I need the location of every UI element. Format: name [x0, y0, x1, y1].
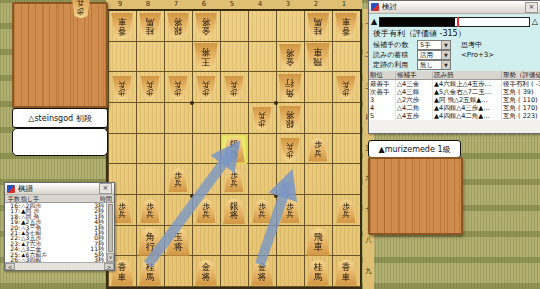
candidate-column-header: 形勢（評価値）: [502, 71, 540, 80]
piece-kanji: 兵: [118, 211, 126, 219]
kifu-list-header: 手数 指し手 時間: [5, 195, 114, 203]
gote-message-box: [12, 128, 108, 156]
control-status-text: <Pro+3>: [461, 51, 494, 59]
file-label: 7: [171, 0, 181, 9]
piece-kanji: 歩: [202, 88, 210, 96]
scroll-down-icon[interactable]: ∨: [107, 253, 114, 262]
candidate-moves-table[interactable]: 順位候補手読み筋形勢（評価値） 最善手△4三金▲4六銀上△4五歩…後手有利 ( …: [369, 71, 540, 120]
candidate-column-header: 順位: [369, 71, 396, 80]
candidate-table-header: 順位候補手読み筋形勢（評価値）: [369, 71, 540, 80]
engine-controls: 候補手の数5手▼思考中読みの蓄積活用▼<Pro+3>定跡の利用無し▼: [371, 40, 538, 70]
shogi-board-area: 987654321 香車桂馬銀将金将桂馬香車王将金将飛車歩兵歩兵歩兵歩兵歩兵角行…: [106, 0, 374, 289]
candidate-cell: 後手有利 ( -315): [502, 80, 540, 89]
file-label: 1: [339, 0, 349, 9]
candidate-cell: ▲同 飛△2五銀▲…: [433, 96, 502, 104]
sente-captured-pieces-stand[interactable]: [368, 157, 463, 235]
file-label: 3: [283, 0, 293, 9]
piece-kanji: 飛: [313, 57, 322, 67]
gote-captured-pieces-stand[interactable]: 歩兵: [12, 2, 108, 108]
piece-kanji: 歩: [146, 88, 154, 96]
engine-control-row: 読みの蓄積活用▼<Pro+3>: [371, 50, 538, 60]
piece-kanji: 兵: [174, 80, 182, 88]
piece-kanji: 兵: [146, 80, 154, 88]
engine-control-row: 定跡の利用無し▼: [371, 60, 538, 70]
evaluation-text: 後手有利（評価値 -315）: [371, 27, 538, 40]
sente-player-plate: ▲murizemede 1級: [368, 140, 461, 158]
piece-kanji: 兵: [342, 80, 350, 88]
candidate-cell: 互角 ( 223): [502, 112, 540, 120]
control-dropdown[interactable]: 無し▼: [417, 60, 451, 70]
piece-kanji: 行: [145, 242, 154, 252]
piece-kanji: 行: [285, 78, 294, 88]
file-label: 2: [311, 0, 321, 9]
file-label: 8: [143, 0, 153, 9]
candidate-cell: 5: [369, 112, 396, 120]
piece-kanji: 金: [286, 57, 295, 66]
chevron-down-icon[interactable]: ▼: [441, 51, 450, 59]
candidate-cell: △2六歩: [396, 96, 433, 104]
candidate-cell: △4三金: [396, 80, 433, 89]
sente-mark: ▲: [371, 17, 379, 26]
control-status-text: 思考中: [461, 40, 482, 50]
control-dropdown[interactable]: 5手▼: [417, 40, 451, 50]
candidate-row[interactable]: 4△4二角▲4四銀△4三歩▲…互角 ( 170): [369, 104, 540, 112]
piece-kanji: 王: [201, 57, 210, 67]
evaluation-bar: [379, 17, 530, 27]
piece-kanji: 馬: [146, 17, 155, 26]
piece-kanji: 金: [202, 26, 211, 35]
control-label: 候補手の数: [373, 40, 417, 50]
piece-kanji: 歩: [342, 88, 350, 96]
piece-kanji: 車: [118, 273, 127, 282]
piece-kanji: 桂: [146, 26, 155, 35]
star-point: [274, 194, 278, 198]
candidate-row[interactable]: 最善手△4三金▲4六銀上△4五歩…後手有利 ( -315): [369, 80, 540, 89]
kifu-vertical-scrollbar[interactable]: ∨: [106, 203, 114, 262]
scroll-left-icon[interactable]: <: [5, 263, 15, 270]
file-label: 5: [227, 0, 237, 9]
close-icon[interactable]: ×: [525, 2, 538, 13]
candidate-row[interactable]: 次善手△4三銀▲5八金右△7二玉…互角 ( 39): [369, 88, 540, 96]
rank-label: 八: [363, 236, 374, 245]
piece-kanji: 兵: [77, 0, 85, 6]
candidate-row[interactable]: 3△2六歩▲同 飛△2五銀▲…互角 ( 110): [369, 96, 540, 104]
control-label: 読みの蓄積: [373, 50, 417, 60]
rank-label: 九: [363, 267, 374, 276]
candidate-cell: ▲4四銀△4二角▲…: [433, 112, 502, 120]
kifu-horizontal-scrollbar[interactable]: < >: [5, 262, 114, 270]
piece-kanji: 馬: [314, 17, 323, 26]
piece-kanji: 将: [230, 211, 239, 220]
candidate-column-header: 候補手: [396, 71, 433, 80]
candidate-cell: 互角 ( 39): [502, 88, 540, 96]
candidate-column-header: 読み筋: [433, 71, 502, 80]
app-icon: [371, 3, 379, 11]
piece-kanji: 角: [285, 88, 294, 98]
piece-kanji: 兵: [174, 180, 182, 188]
file-label: 6: [199, 0, 209, 9]
candidate-cell: 4: [369, 104, 396, 112]
candidate-cell: △4二角: [396, 104, 433, 112]
piece-kanji: 馬: [146, 273, 155, 282]
evaluation-bar-fill: [380, 18, 455, 26]
analysis-window: 検討 × ▲ △ 後手有利（評価値 -315） 候補手の数5手▼思考中読みの蓄積…: [368, 0, 540, 134]
piece-kanji: 兵: [258, 111, 266, 119]
candidate-cell: △4三銀: [396, 88, 433, 96]
evaluation-area: ▲ △ 後手有利（評価値 -315） 候補手の数5手▼思考中読みの蓄積活用▼<P…: [369, 14, 540, 71]
file-coordinates: 987654321: [106, 0, 362, 9]
piece-kanji: 銀: [174, 26, 183, 35]
piece-kanji: 車: [118, 17, 127, 26]
piece-kanji: 将: [202, 273, 211, 282]
sente-player-name: ▲murizemede 1級: [379, 144, 451, 155]
shogi-board[interactable]: 香車桂馬銀将金将桂馬香車王将金将飛車歩兵歩兵歩兵歩兵歩兵角行歩兵歩兵銀将銀将歩兵…: [106, 9, 362, 289]
chevron-down-icon[interactable]: ▼: [441, 61, 450, 69]
piece-kanji: 兵: [258, 211, 266, 219]
kifu-window-title: 棋譜: [18, 184, 99, 194]
candidate-cell: ▲4六銀上△4五歩…: [433, 80, 502, 89]
piece-kanji: 兵: [286, 211, 294, 219]
file-label: 4: [255, 0, 265, 9]
evaluation-bar-marker: [457, 17, 459, 27]
kifu-header-number: 手数: [5, 195, 21, 202]
piece-kanji: 将: [258, 273, 267, 282]
chevron-down-icon[interactable]: ▼: [441, 41, 450, 49]
gote-piece-p[interactable]: 歩兵: [71, 0, 92, 19]
piece-kanji: 馬: [314, 273, 323, 282]
piece-kanji: 将: [230, 150, 239, 159]
piece-kanji: 歩: [230, 88, 238, 96]
piece-kanji: 兵: [230, 80, 238, 88]
candidate-cell: ▲4四銀△4三歩▲…: [433, 104, 502, 112]
candidate-cell: 次善手: [369, 88, 396, 96]
kifu-header-time: 時間: [79, 195, 114, 202]
piece-kanji: 兵: [118, 80, 126, 88]
piece-kanji: 車: [313, 47, 322, 57]
analysis-window-title: 検討: [382, 2, 525, 12]
piece-kanji: 歩: [118, 88, 126, 96]
scroll-right-icon[interactable]: >: [104, 263, 114, 270]
file-label: 9: [115, 0, 125, 9]
kifu-titlebar[interactable]: 棋譜 ×: [5, 183, 114, 195]
candidate-cell: 互角 ( 170): [502, 104, 540, 112]
gote-player-plate: △steinsgod 初段: [12, 108, 108, 128]
scrollbar-thumb[interactable]: [108, 204, 113, 252]
piece-kanji: 兵: [202, 211, 210, 219]
piece-kanji: 兵: [202, 80, 210, 88]
analysis-titlebar[interactable]: 検討 ×: [369, 1, 540, 14]
kifu-move-list[interactable]: 16:△2四歩3秒17:▲同 歩2秒18:△同 角1秒19:▲2五歩4秒20:△…: [5, 203, 106, 262]
close-icon[interactable]: ×: [99, 183, 112, 194]
piece-kanji: 香: [342, 26, 351, 35]
kifu-window: 棋譜 × 手数 指し手 時間 16:△2四歩3秒17:▲同 歩2秒18:△同 角…: [4, 182, 115, 271]
piece-kanji: 兵: [314, 150, 322, 158]
piece-kanji: 歩: [77, 6, 85, 14]
piece-kanji: 兵: [286, 141, 294, 149]
piece-kanji: 車: [313, 242, 322, 252]
star-point: [190, 194, 194, 198]
candidate-cell: △4五歩: [396, 112, 433, 120]
control-dropdown[interactable]: 活用▼: [417, 50, 451, 60]
scrollbar-track[interactable]: [15, 263, 104, 270]
candidate-cell: 互角 ( 110): [502, 96, 540, 104]
piece-kanji: 車: [342, 273, 351, 282]
piece-kanji: 将: [286, 110, 295, 119]
piece-kanji: 兵: [230, 180, 238, 188]
piece-kanji: 将: [173, 242, 182, 252]
piece-kanji: 車: [342, 17, 351, 26]
control-label: 定跡の利用: [373, 60, 417, 70]
kifu-header-move: 指し手: [21, 195, 79, 202]
piece-kanji: 歩: [174, 88, 182, 96]
piece-kanji: 将: [202, 17, 211, 26]
candidate-row[interactable]: 5△4五歩▲4四銀△4二角▲…互角 ( 223): [369, 112, 540, 120]
piece-kanji: 香: [118, 26, 127, 35]
piece-kanji: 桂: [314, 26, 323, 35]
piece-kanji: 兵: [146, 211, 154, 219]
piece-kanji: 兵: [342, 211, 350, 219]
engine-control-row: 候補手の数5手▼思考中: [371, 40, 538, 50]
piece-kanji: 将: [286, 48, 295, 57]
gote-mark: △: [530, 17, 538, 26]
candidate-cell: 3: [369, 96, 396, 104]
candidate-cell: 最善手: [369, 80, 396, 89]
piece-kanji: 将: [201, 47, 210, 57]
gote-player-name: △steinsgod 初段: [28, 113, 91, 124]
candidate-cell: ▲5八金右△7二玉…: [433, 88, 502, 96]
piece-kanji: 銀: [286, 119, 295, 128]
kifu-icon: [7, 185, 15, 193]
piece-kanji: 将: [174, 17, 183, 26]
